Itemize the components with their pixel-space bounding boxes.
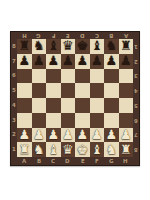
black-pawn[interactable]: ♟	[120, 54, 132, 68]
square-b7[interactable]: ♟	[32, 54, 47, 69]
square-f6[interactable]	[90, 69, 105, 84]
square-f3[interactable]	[90, 113, 105, 128]
black-knight[interactable]: ♞	[105, 39, 117, 53]
black-pawn[interactable]: ♟	[91, 54, 103, 68]
rank-labels-right: 12345678	[133, 39, 139, 157]
black-pawn[interactable]: ♟	[76, 54, 88, 68]
black-bishop[interactable]: ♝	[91, 39, 103, 53]
square-a5[interactable]	[17, 83, 32, 98]
white-knight[interactable]: ♞	[33, 143, 45, 157]
white-pawn[interactable]: ♟	[105, 128, 117, 142]
square-h8[interactable]: ♜	[119, 39, 134, 54]
white-pawn[interactable]: ♟	[62, 128, 74, 142]
white-bishop[interactable]: ♝	[91, 143, 103, 157]
file-label-top-b: B	[104, 32, 119, 38]
black-pawn[interactable]: ♟	[105, 54, 117, 68]
square-a2[interactable]: ♟	[17, 128, 32, 143]
rank-label-right-8: 8	[133, 142, 139, 157]
square-d1[interactable]: ♛	[61, 142, 76, 157]
white-queen[interactable]: ♛	[62, 143, 74, 157]
black-pawn[interactable]: ♟	[33, 54, 45, 68]
square-e7[interactable]: ♟	[75, 54, 90, 69]
black-knight[interactable]: ♞	[33, 39, 45, 53]
rank-label-right-3: 3	[133, 69, 139, 84]
square-h5[interactable]	[119, 83, 134, 98]
square-c6[interactable]	[46, 69, 61, 84]
file-label-bottom-e: E	[75, 157, 90, 165]
black-pawn[interactable]: ♟	[62, 54, 74, 68]
square-g5[interactable]	[104, 83, 119, 98]
white-rook[interactable]: ♜	[18, 143, 30, 157]
file-label-top-d: D	[75, 32, 90, 38]
square-c8[interactable]: ♝	[46, 39, 61, 54]
square-g4[interactable]	[104, 98, 119, 113]
rank-label-right-6: 6	[133, 113, 139, 128]
file-label-bottom-b: B	[32, 157, 47, 165]
square-g7[interactable]: ♟	[104, 54, 119, 69]
white-pawn[interactable]: ♟	[120, 128, 132, 142]
white-knight[interactable]: ♞	[105, 143, 117, 157]
square-h7[interactable]: ♟	[119, 54, 134, 69]
square-d2[interactable]: ♟	[61, 128, 76, 143]
square-h6[interactable]	[119, 69, 134, 84]
file-label-top-f: F	[46, 32, 61, 38]
square-d7[interactable]: ♟	[61, 54, 76, 69]
square-f1[interactable]: ♝	[90, 142, 105, 157]
square-e1[interactable]: ♚	[75, 142, 90, 157]
file-label-bottom-h: H	[119, 157, 134, 165]
square-f2[interactable]: ♟	[90, 128, 105, 143]
square-d3[interactable]	[61, 113, 76, 128]
square-h2[interactable]: ♟	[119, 128, 134, 143]
square-b3[interactable]	[32, 113, 47, 128]
square-e8[interactable]: ♚	[75, 39, 90, 54]
black-king[interactable]: ♚	[76, 39, 88, 53]
square-g3[interactable]	[104, 113, 119, 128]
square-a7[interactable]: ♟	[17, 54, 32, 69]
square-f4[interactable]	[90, 98, 105, 113]
square-e3[interactable]	[75, 113, 90, 128]
square-d6[interactable]	[61, 69, 76, 84]
file-label-top-a: A	[119, 32, 134, 38]
chess-board: HGFEDCBA ABCDEFGH 87654321 12345678 ♜♞♝♛…	[10, 31, 140, 166]
file-label-bottom-f: F	[90, 157, 105, 165]
rank-label-right-2: 2	[133, 54, 139, 69]
square-d8[interactable]: ♛	[61, 39, 76, 54]
square-e2[interactable]: ♟	[75, 128, 90, 143]
square-f8[interactable]: ♝	[90, 39, 105, 54]
square-a6[interactable]	[17, 69, 32, 84]
square-b6[interactable]	[32, 69, 47, 84]
square-c7[interactable]: ♟	[46, 54, 61, 69]
square-c4[interactable]	[46, 98, 61, 113]
black-rook[interactable]: ♜	[120, 39, 132, 53]
black-bishop[interactable]: ♝	[47, 39, 59, 53]
white-pawn[interactable]: ♟	[91, 128, 103, 142]
black-rook[interactable]: ♜	[18, 39, 30, 53]
black-queen[interactable]: ♛	[62, 39, 74, 53]
square-b1[interactable]: ♞	[32, 142, 47, 157]
file-label-top-g: G	[32, 32, 47, 38]
board-squares: ♜♞♝♛♚♝♞♜♟♟♟♟♟♟♟♟♟♟♟♟♟♟♟♟♜♞♝♛♚♝♞♜	[17, 39, 133, 157]
file-label-bottom-d: D	[61, 157, 76, 165]
white-king[interactable]: ♚	[76, 143, 88, 157]
square-h3[interactable]	[119, 113, 134, 128]
file-label-top-c: C	[90, 32, 105, 38]
rank-label-right-5: 5	[133, 98, 139, 113]
file-label-bottom-a: A	[17, 157, 32, 165]
square-a8[interactable]: ♜	[17, 39, 32, 54]
square-a4[interactable]	[17, 98, 32, 113]
square-g2[interactable]: ♟	[104, 128, 119, 143]
black-pawn[interactable]: ♟	[18, 54, 30, 68]
white-pawn[interactable]: ♟	[33, 128, 45, 142]
square-g8[interactable]: ♞	[104, 39, 119, 54]
rank-label-right-4: 4	[133, 83, 139, 98]
square-b2[interactable]: ♟	[32, 128, 47, 143]
rank-label-right-1: 1	[133, 39, 139, 54]
square-b5[interactable]	[32, 83, 47, 98]
square-d4[interactable]	[61, 98, 76, 113]
square-h4[interactable]	[119, 98, 134, 113]
square-h1[interactable]: ♜	[119, 142, 134, 157]
square-d5[interactable]	[61, 83, 76, 98]
white-rook[interactable]: ♜	[120, 143, 132, 157]
white-pawn[interactable]: ♟	[47, 128, 59, 142]
square-a1[interactable]: ♜	[17, 142, 32, 157]
square-b8[interactable]: ♞	[32, 39, 47, 54]
page-background: HGFEDCBA ABCDEFGH 87654321 12345678 ♜♞♝♛…	[0, 0, 150, 200]
square-a3[interactable]	[17, 113, 32, 128]
square-c1[interactable]: ♝	[46, 142, 61, 157]
square-e5[interactable]	[75, 83, 90, 98]
square-f7[interactable]: ♟	[90, 54, 105, 69]
square-g1[interactable]: ♞	[104, 142, 119, 157]
square-g6[interactable]	[104, 69, 119, 84]
file-labels-bottom: ABCDEFGH	[17, 157, 133, 165]
square-e6[interactable]	[75, 69, 90, 84]
file-label-top-h: H	[17, 32, 32, 38]
square-f5[interactable]	[90, 83, 105, 98]
square-c2[interactable]: ♟	[46, 128, 61, 143]
file-label-bottom-c: C	[46, 157, 61, 165]
square-c5[interactable]	[46, 83, 61, 98]
black-pawn[interactable]: ♟	[47, 54, 59, 68]
white-pawn[interactable]: ♟	[18, 128, 30, 142]
file-label-bottom-g: G	[104, 157, 119, 165]
white-bishop[interactable]: ♝	[47, 143, 59, 157]
square-b4[interactable]	[32, 98, 47, 113]
rank-label-right-7: 7	[133, 128, 139, 143]
square-e4[interactable]	[75, 98, 90, 113]
white-pawn[interactable]: ♟	[76, 128, 88, 142]
file-label-top-e: E	[61, 32, 76, 38]
file-labels-top: HGFEDCBA	[17, 32, 133, 38]
square-c3[interactable]	[46, 113, 61, 128]
